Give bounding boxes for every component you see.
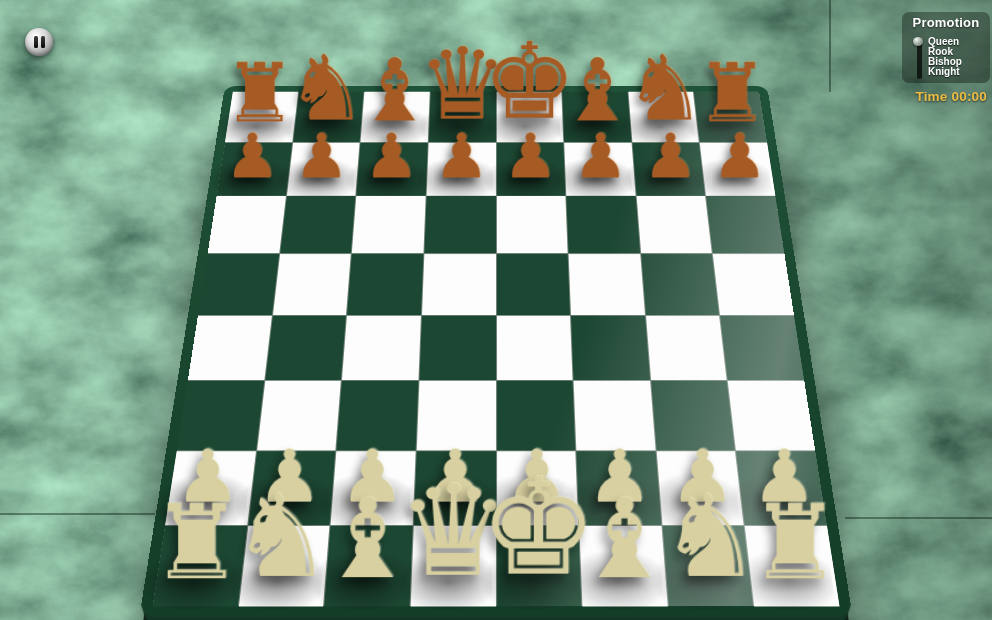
square-c6[interactable] (352, 197, 425, 254)
chess-board: ♜♞♝♛♚♝♞♜♟♟♟♟♟♟♟♟♟♟♟♟♟♟♟♟♜♞♝♛♚♝♞♜ (139, 86, 852, 617)
square-a5[interactable] (198, 254, 279, 315)
piece-black-pawn-g7[interactable]: ♟ (643, 126, 698, 188)
square-b5[interactable] (273, 254, 351, 315)
piece-black-pawn-c7[interactable]: ♟ (364, 126, 419, 188)
square-g4[interactable] (646, 315, 727, 380)
square-c5[interactable] (347, 254, 423, 315)
promotion-option-knight[interactable]: Knight (928, 67, 988, 77)
square-e6[interactable] (496, 197, 567, 254)
piece-white-knight-g1[interactable]: ♞ (658, 479, 761, 594)
square-a4[interactable] (188, 315, 272, 380)
game-stage: ♜♞♝♛♚♝♞♜♟♟♟♟♟♟♟♟♟♟♟♟♟♟♟♟♜♞♝♛♚♝♞♜ Promoti… (0, 0, 992, 620)
square-d6[interactable] (424, 197, 495, 254)
square-e4[interactable] (497, 315, 573, 380)
piece-black-pawn-b7[interactable]: ♟ (294, 126, 349, 188)
board-frame: ♜♞♝♛♚♝♞♜♟♟♟♟♟♟♟♟♟♟♟♟♟♟♟♟♜♞♝♛♚♝♞♜ (139, 86, 852, 617)
board-scene: ♜♞♝♛♚♝♞♜♟♟♟♟♟♟♟♟♟♟♟♟♟♟♟♟♜♞♝♛♚♝♞♜ (0, 0, 992, 620)
promotion-title: Promotion (902, 15, 990, 30)
promotion-radio[interactable] (913, 37, 923, 46)
square-h4[interactable] (720, 315, 804, 380)
square-f4[interactable] (571, 315, 650, 380)
piece-white-rook-h1[interactable]: ♜ (749, 491, 841, 594)
square-g5[interactable] (641, 254, 719, 315)
piece-black-pawn-h7[interactable]: ♟ (712, 126, 767, 188)
timer: Time 00:00 (915, 89, 987, 104)
square-g6[interactable] (636, 197, 712, 254)
piece-white-rook-a1[interactable]: ♜ (150, 491, 242, 594)
timer-value: 00:00 (951, 89, 987, 104)
square-f5[interactable] (569, 254, 645, 315)
pause-icon (25, 28, 53, 56)
square-d5[interactable] (422, 254, 496, 315)
promotion-panel: Promotion QueenRookBishopKnight (902, 12, 990, 83)
piece-black-pawn-e7[interactable]: ♟ (503, 126, 558, 188)
square-b4[interactable] (265, 315, 346, 380)
square-a6[interactable] (208, 197, 286, 254)
pause-button[interactable] (25, 28, 53, 56)
square-e5[interactable] (496, 254, 570, 315)
square-h7[interactable]: ♟ (700, 143, 775, 196)
square-d4[interactable] (419, 315, 495, 380)
square-b6[interactable] (280, 197, 356, 254)
square-c4[interactable] (342, 315, 421, 380)
promotion-slider-track (917, 42, 922, 79)
square-h5[interactable] (713, 254, 794, 315)
board-grid: ♜♞♝♛♚♝♞♜♟♟♟♟♟♟♟♟♟♟♟♟♟♟♟♟♜♞♝♛♚♝♞♜ (152, 92, 839, 607)
piece-black-pawn-d7[interactable]: ♟ (434, 126, 489, 188)
square-h6[interactable] (706, 197, 784, 254)
promotion-options: QueenRookBishopKnight (928, 37, 988, 77)
piece-black-pawn-f7[interactable]: ♟ (573, 126, 628, 188)
square-f6[interactable] (566, 197, 639, 254)
square-h1[interactable]: ♜ (745, 526, 839, 606)
timer-label: Time (915, 89, 947, 104)
piece-black-pawn-a7[interactable]: ♟ (225, 126, 280, 188)
